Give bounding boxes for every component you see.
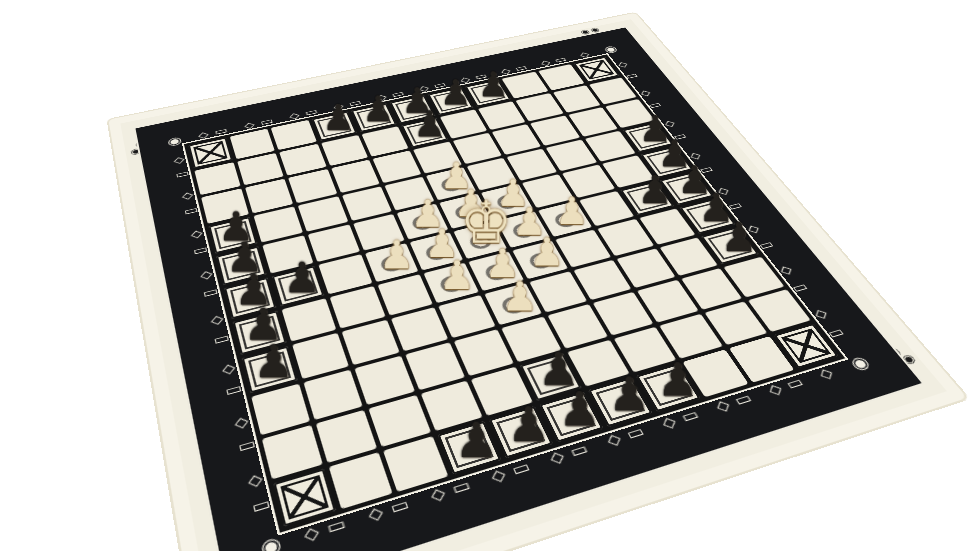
cell-e9[interactable]	[372, 151, 421, 183]
defender-piece[interactable]: ♟	[555, 192, 589, 230]
cell-k4[interactable]: ♟	[701, 227, 760, 265]
defender-piece[interactable]: ♟	[502, 276, 539, 317]
cell-d8[interactable]	[341, 186, 391, 221]
defender-piece[interactable]: ♟	[439, 256, 475, 296]
defender-piece[interactable]: ♟	[379, 235, 414, 274]
attacker-piece[interactable]: ♟	[637, 170, 672, 209]
board-scene: ◉◉ ◉◉ ◉◉ ◉◉ ◇▭ ◇▭ ◇▭ ◇▭ ◇▭ ◇▭ ◇▭ ◇▭ ◇▭ ◇…	[0, 0, 980, 551]
cell-d5[interactable]	[377, 274, 432, 316]
hnefatafl-cloth-board: ◉◉ ◉◉ ◉◉ ◉◉ ◇▭ ◇▭ ◇▭ ◇▭ ◇▭ ◇▭ ◇▭ ◇▭ ◇▭ ◇…	[108, 13, 967, 551]
attacker-piece[interactable]: ♟	[454, 416, 498, 465]
product-photo-page: { "game": { "name": "Hnefatafl", "descri…	[0, 0, 980, 551]
cell-c6[interactable]	[319, 254, 372, 294]
attacker-piece[interactable]: ♟	[283, 256, 321, 298]
attacker-piece[interactable]: ♟	[507, 400, 550, 448]
attacker-piece[interactable]: ♟	[657, 356, 699, 402]
attacker-piece[interactable]: ♟	[608, 370, 650, 417]
border-corner-motif: ◉	[234, 511, 309, 551]
cell-c8[interactable]	[298, 196, 348, 232]
cell-d3[interactable]	[405, 343, 465, 390]
attacker-piece[interactable]: ♟	[558, 385, 601, 433]
cell-c4[interactable]	[342, 320, 399, 365]
cell-a3[interactable]	[251, 384, 310, 435]
defender-piece[interactable]: ♟	[530, 233, 565, 272]
attacker-piece[interactable]: ♟	[253, 339, 294, 385]
attacker-piece[interactable]: ♟	[413, 106, 445, 142]
attacker-piece[interactable]: ♟	[721, 217, 757, 258]
